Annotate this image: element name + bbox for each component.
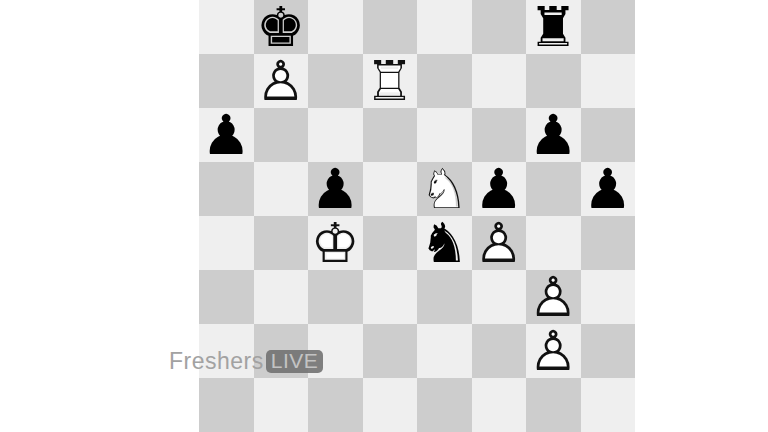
watermark-live-badge: LIVE <box>266 350 324 373</box>
square-g6: ♟ <box>526 108 581 162</box>
square-e1 <box>417 378 472 432</box>
square-d1 <box>363 378 418 432</box>
square-f3 <box>472 270 527 324</box>
square-b7: ♟♙ <box>254 54 309 108</box>
black-pawn-piece: ♟ <box>526 108 581 162</box>
square-b3 <box>254 270 309 324</box>
square-a1 <box>199 378 254 432</box>
square-b4 <box>254 216 309 270</box>
square-g1 <box>526 378 581 432</box>
white-king-piece: ♚♔ <box>308 216 363 270</box>
square-h6 <box>581 108 636 162</box>
square-e2 <box>417 324 472 378</box>
black-pawn-piece: ♟ <box>199 108 254 162</box>
watermark: Freshers LIVE <box>169 348 323 374</box>
square-h3 <box>581 270 636 324</box>
square-f6 <box>472 108 527 162</box>
square-d6 <box>363 108 418 162</box>
square-c6 <box>308 108 363 162</box>
black-king-piece: ♚ <box>254 0 309 54</box>
square-a4 <box>199 216 254 270</box>
square-g2: ♟♙ <box>526 324 581 378</box>
square-a3 <box>199 270 254 324</box>
square-e3 <box>417 270 472 324</box>
square-h2 <box>581 324 636 378</box>
square-e5: ♞♘ <box>417 162 472 216</box>
square-f7 <box>472 54 527 108</box>
black-pawn-piece: ♟ <box>308 162 363 216</box>
square-g8: ♜ <box>526 0 581 54</box>
black-knight-piece: ♞ <box>417 216 472 270</box>
square-b6 <box>254 108 309 162</box>
square-d5 <box>363 162 418 216</box>
square-e4: ♞ <box>417 216 472 270</box>
square-c1 <box>308 378 363 432</box>
black-pawn-piece: ♟ <box>472 162 527 216</box>
square-d8 <box>363 0 418 54</box>
square-d3 <box>363 270 418 324</box>
square-c4: ♚♔ <box>308 216 363 270</box>
square-h7 <box>581 54 636 108</box>
square-a7 <box>199 54 254 108</box>
white-pawn-piece: ♟♙ <box>472 216 527 270</box>
square-b8: ♚ <box>254 0 309 54</box>
square-e8 <box>417 0 472 54</box>
square-d7: ♜♖ <box>363 54 418 108</box>
watermark-text: Freshers <box>169 348 264 375</box>
square-h1 <box>581 378 636 432</box>
white-rook-piece: ♜♖ <box>363 54 418 108</box>
square-d2 <box>363 324 418 378</box>
square-a6: ♟ <box>199 108 254 162</box>
white-pawn-piece: ♟♙ <box>526 270 581 324</box>
square-f4: ♟♙ <box>472 216 527 270</box>
black-pawn-piece: ♟ <box>581 162 636 216</box>
square-c7 <box>308 54 363 108</box>
square-a8 <box>199 0 254 54</box>
square-h5: ♟ <box>581 162 636 216</box>
square-h4 <box>581 216 636 270</box>
square-c8 <box>308 0 363 54</box>
square-h8 <box>581 0 636 54</box>
square-c3 <box>308 270 363 324</box>
square-f1 <box>472 378 527 432</box>
square-g7 <box>526 54 581 108</box>
square-a5 <box>199 162 254 216</box>
square-e7 <box>417 54 472 108</box>
square-g4 <box>526 216 581 270</box>
black-rook-piece: ♜ <box>526 0 581 54</box>
square-b1 <box>254 378 309 432</box>
white-pawn-piece: ♟♙ <box>254 54 309 108</box>
white-knight-piece: ♞♘ <box>417 162 472 216</box>
square-f2 <box>472 324 527 378</box>
square-d4 <box>363 216 418 270</box>
white-pawn-piece: ♟♙ <box>526 324 581 378</box>
square-b5 <box>254 162 309 216</box>
square-e6 <box>417 108 472 162</box>
square-f5: ♟ <box>472 162 527 216</box>
chess-diagram: ♚♜♟♙♜♖♟♟♟♞♘♟♟♚♔♞♟♙♟♙♟♙ Freshers LIVE <box>0 0 768 432</box>
square-g3: ♟♙ <box>526 270 581 324</box>
square-f8 <box>472 0 527 54</box>
square-g5 <box>526 162 581 216</box>
square-c5: ♟ <box>308 162 363 216</box>
